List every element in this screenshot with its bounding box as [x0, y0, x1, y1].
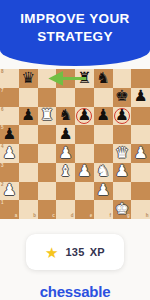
square-g7[interactable]: ♚ — [113, 88, 132, 107]
square-g3[interactable]: ♟ — [113, 163, 132, 182]
square-g4[interactable]: ♛ — [113, 144, 132, 163]
square-f5[interactable] — [94, 125, 113, 144]
chess-board-area: 8♛♜♞7♚♟6♟♜♞♟♟♟5♟♟4♟♟♛♟3♝♟♞♟2♟♟1abcdefg♚h — [0, 69, 150, 219]
square-h2[interactable] — [131, 182, 150, 201]
app-root: IMPROVE YOUR STRATEGY 8♛♜♞7♚♟6♟♜♞♟♟♟5♟♟4… — [0, 0, 150, 300]
piece-white-pawn: ♟ — [0, 144, 19, 163]
square-d4[interactable]: ♟ — [56, 144, 75, 163]
piece-black-queen: ♛ — [19, 69, 38, 88]
piece-black-pawn: ♟ — [94, 107, 113, 126]
file-label: b — [33, 214, 36, 219]
square-e1[interactable]: e — [75, 200, 94, 219]
square-e3[interactable]: ♟ — [75, 163, 94, 182]
piece-white-pawn: ♟ — [0, 182, 19, 201]
square-a1[interactable]: 1a — [0, 200, 19, 219]
chess-board[interactable]: 8♛♜♞7♚♟6♟♜♞♟♟♟5♟♟4♟♟♛♟3♝♟♞♟2♟♟1abcdefg♚h — [0, 69, 150, 219]
piece-black-rook: ♜ — [75, 69, 94, 88]
promo-title-line1: IMPROVE YOUR — [20, 10, 130, 28]
rank-label: 1 — [1, 201, 4, 206]
square-f6[interactable]: ♟ — [94, 107, 113, 126]
square-b7[interactable] — [19, 88, 38, 107]
square-a3[interactable]: 3 — [0, 163, 19, 182]
file-label: f — [110, 214, 112, 219]
square-g6[interactable]: ♟ — [113, 107, 132, 126]
square-a7[interactable]: 7 — [0, 88, 19, 107]
square-a8[interactable]: 8 — [0, 69, 19, 88]
piece-black-pawn: ♟ — [0, 125, 19, 144]
square-e7[interactable] — [75, 88, 94, 107]
star-icon: ★ — [45, 245, 58, 260]
square-f4[interactable] — [94, 144, 113, 163]
square-g5[interactable] — [113, 125, 132, 144]
promo-header: IMPROVE YOUR STRATEGY — [0, 0, 150, 66]
file-label: e — [90, 214, 93, 219]
square-c7[interactable] — [38, 88, 57, 107]
rank-label: 7 — [1, 89, 4, 94]
promo-title-line2: STRATEGY — [37, 28, 113, 46]
square-c2[interactable] — [38, 182, 57, 201]
square-c4[interactable] — [38, 144, 57, 163]
square-d3[interactable]: ♝ — [56, 163, 75, 182]
square-c1[interactable]: c — [38, 200, 57, 219]
piece-black-pawn: ♟ — [131, 88, 150, 107]
chessable-logo[interactable]: chessable — [0, 283, 150, 300]
square-c8[interactable] — [38, 69, 57, 88]
square-h1[interactable]: h — [131, 200, 150, 219]
square-h7[interactable]: ♟ — [131, 88, 150, 107]
square-d8[interactable] — [56, 69, 75, 88]
square-f7[interactable] — [94, 88, 113, 107]
piece-black-pawn: ♟ — [75, 107, 94, 126]
piece-black-king: ♚ — [113, 88, 132, 107]
square-e4[interactable] — [75, 144, 94, 163]
square-b6[interactable]: ♟ — [19, 107, 38, 126]
rank-label: 8 — [1, 70, 4, 75]
square-e5[interactable] — [75, 125, 94, 144]
piece-black-knight: ♞ — [94, 69, 113, 88]
square-h4[interactable]: ♟ — [131, 144, 150, 163]
square-h5[interactable] — [131, 125, 150, 144]
square-b8[interactable]: ♛ — [19, 69, 38, 88]
piece-white-knight: ♞ — [94, 163, 113, 182]
square-g8[interactable] — [113, 69, 132, 88]
square-f3[interactable]: ♞ — [94, 163, 113, 182]
xp-value: 135 — [65, 246, 84, 258]
piece-white-bishop: ♝ — [56, 163, 75, 182]
square-b5[interactable] — [19, 125, 38, 144]
square-c6[interactable]: ♜ — [38, 107, 57, 126]
square-d2[interactable] — [56, 182, 75, 201]
file-label: c — [52, 214, 55, 219]
square-d6[interactable]: ♞ — [56, 107, 75, 126]
square-d5[interactable]: ♟ — [56, 125, 75, 144]
square-h3[interactable] — [131, 163, 150, 182]
file-label: d — [71, 214, 74, 219]
piece-white-rook: ♜ — [38, 107, 57, 126]
xp-card: ★ 135 XP — [26, 234, 124, 270]
square-f1[interactable]: f — [94, 200, 113, 219]
piece-white-queen: ♛ — [113, 144, 132, 163]
square-h6[interactable] — [131, 107, 150, 126]
square-a2[interactable]: 2♟ — [0, 182, 19, 201]
square-b1[interactable]: b — [19, 200, 38, 219]
square-a6[interactable]: 6 — [0, 107, 19, 126]
rank-label: 3 — [1, 164, 4, 169]
square-e2[interactable] — [75, 182, 94, 201]
square-d1[interactable]: d — [56, 200, 75, 219]
square-b3[interactable] — [19, 163, 38, 182]
piece-black-knight: ♞ — [56, 107, 75, 126]
file-label: h — [146, 214, 149, 219]
rank-label: 6 — [1, 108, 4, 113]
square-h8[interactable] — [131, 69, 150, 88]
square-g2[interactable] — [113, 182, 132, 201]
square-e6[interactable]: ♟ — [75, 107, 94, 126]
square-f2[interactable]: ♟ — [94, 182, 113, 201]
square-b2[interactable] — [19, 182, 38, 201]
square-c3[interactable] — [38, 163, 57, 182]
file-label: a — [15, 214, 18, 219]
square-d7[interactable] — [56, 88, 75, 107]
piece-white-pawn: ♟ — [75, 163, 94, 182]
square-f8[interactable]: ♞ — [94, 69, 113, 88]
square-c5[interactable] — [38, 125, 57, 144]
xp-label: 135 XP — [65, 246, 105, 258]
square-a4[interactable]: 4♟ — [0, 144, 19, 163]
piece-black-pawn: ♟ — [56, 125, 75, 144]
square-a5[interactable]: 5♟ — [0, 125, 19, 144]
piece-white-pawn: ♟ — [56, 144, 75, 163]
piece-white-pawn: ♟ — [113, 163, 132, 182]
square-e8[interactable]: ♜ — [75, 69, 94, 88]
piece-black-pawn: ♟ — [19, 107, 38, 126]
square-b4[interactable] — [19, 144, 38, 163]
piece-black-pawn: ♟ — [113, 107, 132, 126]
piece-white-pawn: ♟ — [131, 144, 150, 163]
square-g1[interactable]: g♚ — [113, 200, 132, 219]
piece-white-king: ♚ — [113, 200, 132, 219]
xp-unit: XP — [90, 246, 105, 258]
piece-white-pawn: ♟ — [94, 182, 113, 201]
